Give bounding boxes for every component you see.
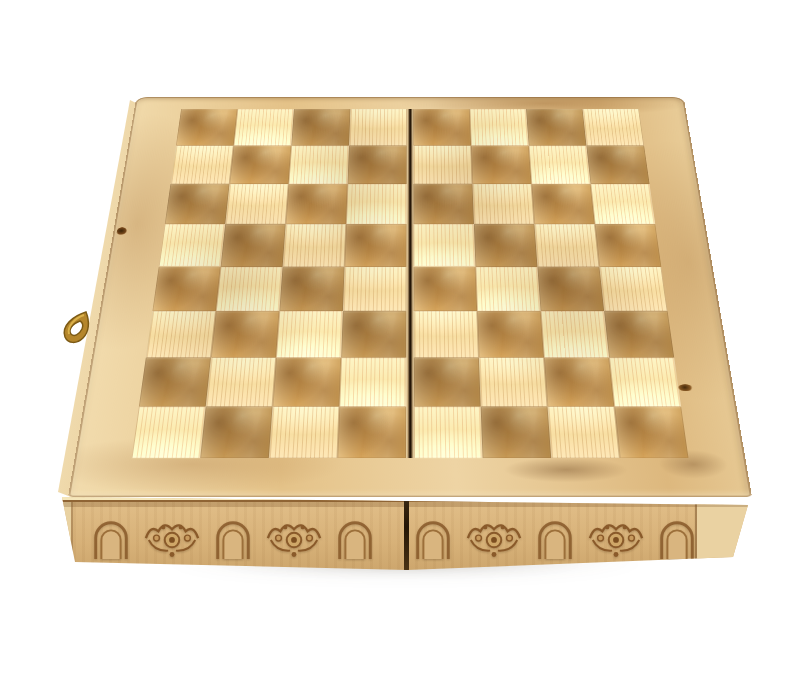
- square-a4: [152, 266, 220, 310]
- square-a2: [139, 357, 211, 406]
- square-c2: [273, 357, 342, 406]
- square-a3: [146, 311, 216, 358]
- square-d3: [341, 311, 406, 358]
- square-c6: [286, 184, 348, 224]
- square-b5: [221, 224, 286, 266]
- apron-left-half: [79, 514, 387, 560]
- square-c3: [276, 311, 343, 358]
- square-e8: [413, 109, 471, 146]
- square-e2: [414, 357, 481, 406]
- square-f8: [470, 109, 529, 146]
- wood-knot: [116, 227, 127, 235]
- horseshoe-arch-carving: [89, 516, 133, 560]
- square-g2: [544, 357, 614, 406]
- rosette-crown-carving: [587, 518, 645, 560]
- square-a8: [176, 109, 238, 146]
- square-a7: [170, 146, 233, 184]
- square-b8: [234, 109, 294, 146]
- square-f1: [481, 406, 552, 458]
- square-c7: [289, 146, 349, 184]
- horseshoe-arch-carving: [411, 516, 455, 560]
- board-top-surface: [68, 97, 752, 497]
- square-g5: [534, 224, 599, 266]
- square-c5: [283, 224, 346, 266]
- horseshoe-arch-carving: [655, 516, 699, 560]
- apron-right-half: [401, 514, 709, 560]
- apron-fold-seam: [404, 498, 409, 570]
- square-g6: [531, 184, 594, 224]
- square-f4: [475, 266, 540, 310]
- square-d5: [345, 224, 407, 266]
- horseshoe-arch-carving: [533, 516, 577, 560]
- square-b4: [216, 266, 283, 310]
- square-b1: [200, 406, 272, 458]
- horseshoe-arch-carving: [333, 516, 377, 560]
- square-h8: [582, 109, 644, 146]
- square-h6: [591, 184, 656, 224]
- square-h4: [599, 266, 667, 310]
- square-g8: [526, 109, 586, 146]
- square-b3: [211, 311, 279, 358]
- square-c1: [269, 406, 340, 458]
- square-e5: [413, 224, 475, 266]
- square-d1: [337, 406, 406, 458]
- square-h5: [595, 224, 661, 266]
- square-h2: [609, 357, 681, 406]
- square-g3: [541, 311, 609, 358]
- carving-band: [79, 514, 709, 560]
- square-a5: [159, 224, 225, 266]
- square-f5: [474, 224, 537, 266]
- square-c8: [291, 109, 350, 146]
- square-e4: [414, 266, 478, 310]
- square-b2: [206, 357, 276, 406]
- rosette-crown-carving: [465, 518, 523, 560]
- square-a1: [132, 406, 206, 458]
- square-e3: [414, 311, 479, 358]
- square-b7: [229, 146, 291, 184]
- square-d6: [346, 184, 407, 224]
- square-h3: [604, 311, 674, 358]
- rosette-crown-carving: [265, 518, 323, 560]
- square-d7: [348, 146, 407, 184]
- square-g1: [547, 406, 619, 458]
- horseshoe-arch-carving: [211, 516, 255, 560]
- square-g4: [537, 266, 604, 310]
- square-d2: [339, 357, 406, 406]
- square-d8: [349, 109, 407, 146]
- product-photo-stage: [0, 0, 800, 680]
- board-top-perspective: [68, 95, 752, 497]
- square-a6: [165, 184, 230, 224]
- rosette-crown-carving: [143, 518, 201, 560]
- square-d4: [343, 266, 407, 310]
- square-c4: [279, 266, 344, 310]
- square-e7: [413, 146, 472, 184]
- square-e6: [413, 184, 474, 224]
- square-g7: [529, 146, 591, 184]
- square-f6: [472, 184, 534, 224]
- board-right-half: [413, 109, 688, 458]
- square-h7: [586, 146, 649, 184]
- checkerboard: [132, 109, 689, 458]
- wood-knot: [678, 384, 693, 391]
- board-left-half: [132, 109, 407, 458]
- square-h1: [614, 406, 688, 458]
- square-f3: [477, 311, 544, 358]
- square-f7: [471, 146, 531, 184]
- square-e1: [414, 406, 483, 458]
- square-b6: [225, 184, 288, 224]
- square-f2: [479, 357, 548, 406]
